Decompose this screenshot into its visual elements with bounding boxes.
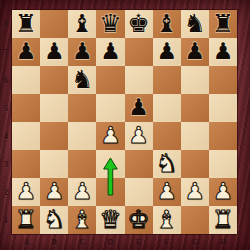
file-label-a: A <box>23 238 29 247</box>
square-f8[interactable]: ♝ <box>153 10 181 38</box>
piece-black-knight-g8[interactable]: ♞ <box>184 11 206 36</box>
piece-black-rook-a8[interactable]: ♜ <box>15 11 37 36</box>
square-f6[interactable] <box>153 66 181 94</box>
square-b8[interactable] <box>40 10 68 38</box>
square-h2[interactable]: ♟ <box>209 178 237 206</box>
file-label-f: F <box>164 238 169 247</box>
square-c5[interactable] <box>68 94 96 122</box>
piece-white-pawn-c2[interactable]: ♟ <box>72 180 93 203</box>
square-h3[interactable] <box>209 150 237 178</box>
square-c1[interactable]: ♝ <box>68 206 96 234</box>
square-g8[interactable]: ♞ <box>181 10 209 38</box>
square-b7[interactable]: ♟ <box>40 38 68 66</box>
square-d1[interactable]: ♛ <box>96 206 124 234</box>
square-c8[interactable]: ♝ <box>68 10 96 38</box>
rank-label-3: 3 <box>4 160 8 169</box>
square-e7[interactable] <box>125 38 153 66</box>
square-g6[interactable] <box>181 66 209 94</box>
file-label-e: E <box>136 238 141 247</box>
piece-white-pawn-d4[interactable]: ♟ <box>100 124 121 147</box>
square-c3[interactable] <box>68 150 96 178</box>
piece-black-knight-c6[interactable]: ♞ <box>71 67 93 92</box>
square-a8[interactable]: ♜ <box>12 10 40 38</box>
square-b3[interactable] <box>40 150 68 178</box>
square-b1[interactable]: ♞ <box>40 206 68 234</box>
square-d4[interactable]: ♟ <box>96 122 124 150</box>
square-d5[interactable] <box>96 94 124 122</box>
square-h6[interactable] <box>209 66 237 94</box>
square-f3[interactable]: ♞ <box>153 150 181 178</box>
square-a4[interactable] <box>12 122 40 150</box>
piece-white-rook-h1[interactable]: ♜ <box>212 207 234 232</box>
square-b2[interactable]: ♟ <box>40 178 68 206</box>
square-e1[interactable]: ♚ <box>125 206 153 234</box>
square-g1[interactable] <box>181 206 209 234</box>
square-h8[interactable]: ♜ <box>209 10 237 38</box>
piece-white-knight-f3[interactable]: ♞ <box>155 151 177 176</box>
square-f2[interactable]: ♟ <box>153 178 181 206</box>
file-label-c: C <box>79 238 85 247</box>
square-f1[interactable]: ♝ <box>153 206 181 234</box>
square-e4[interactable]: ♟ <box>125 122 153 150</box>
square-g7[interactable]: ♟ <box>181 38 209 66</box>
square-f4[interactable] <box>153 122 181 150</box>
square-e2[interactable] <box>125 178 153 206</box>
chess-board-frame: ♜♝♛♚♝♞♜♟♟♟♟♟♟♟♞♟♟♟♞♟♟♟♟♟♟♜♞♝♛♚♝♜ 8765432… <box>0 0 250 250</box>
piece-black-pawn-h7[interactable]: ♟ <box>213 40 234 63</box>
square-e5[interactable]: ♟ <box>125 94 153 122</box>
square-a3[interactable] <box>12 150 40 178</box>
square-g5[interactable] <box>181 94 209 122</box>
square-b6[interactable] <box>40 66 68 94</box>
square-d7[interactable]: ♟ <box>96 38 124 66</box>
square-a7[interactable]: ♟ <box>12 38 40 66</box>
piece-white-pawn-f2[interactable]: ♟ <box>156 180 177 203</box>
chess-board: ♜♝♛♚♝♞♜♟♟♟♟♟♟♟♞♟♟♟♞♟♟♟♟♟♟♜♞♝♛♚♝♜ <box>12 10 237 234</box>
piece-black-bishop-f8[interactable]: ♝ <box>155 11 177 36</box>
square-a1[interactable]: ♜ <box>12 206 40 234</box>
square-f5[interactable] <box>153 94 181 122</box>
square-c7[interactable]: ♟ <box>68 38 96 66</box>
piece-black-pawn-f7[interactable]: ♟ <box>156 40 177 63</box>
piece-black-pawn-b7[interactable]: ♟ <box>44 40 65 63</box>
rank-label-6: 6 <box>4 76 8 85</box>
square-a5[interactable] <box>12 94 40 122</box>
piece-black-pawn-a7[interactable]: ♟ <box>16 40 37 63</box>
file-label-d: D <box>108 238 114 247</box>
square-d8[interactable]: ♛ <box>96 10 124 38</box>
piece-white-pawn-a2[interactable]: ♟ <box>16 180 37 203</box>
piece-black-pawn-c7[interactable]: ♟ <box>72 40 93 63</box>
square-g2[interactable]: ♟ <box>181 178 209 206</box>
piece-white-rook-a1[interactable]: ♜ <box>15 207 37 232</box>
piece-white-bishop-f1[interactable]: ♝ <box>155 207 177 232</box>
square-f7[interactable]: ♟ <box>153 38 181 66</box>
square-e8[interactable]: ♚ <box>125 10 153 38</box>
piece-white-pawn-b2[interactable]: ♟ <box>44 180 65 203</box>
square-e6[interactable] <box>125 66 153 94</box>
square-b4[interactable] <box>40 122 68 150</box>
square-c2[interactable]: ♟ <box>68 178 96 206</box>
piece-black-pawn-g7[interactable]: ♟ <box>185 40 206 63</box>
square-b5[interactable] <box>40 94 68 122</box>
file-label-b: B <box>52 238 57 247</box>
square-h1[interactable]: ♜ <box>209 206 237 234</box>
square-h7[interactable]: ♟ <box>209 38 237 66</box>
rank-label-1: 1 <box>4 216 8 225</box>
piece-white-pawn-h2[interactable]: ♟ <box>213 180 234 203</box>
rank-label-7: 7 <box>4 48 8 57</box>
piece-white-knight-b1[interactable]: ♞ <box>43 207 65 232</box>
square-d6[interactable] <box>96 66 124 94</box>
piece-white-pawn-g2[interactable]: ♟ <box>185 180 206 203</box>
file-label-h: H <box>220 238 226 247</box>
piece-black-pawn-d7[interactable]: ♟ <box>100 40 121 63</box>
square-g3[interactable] <box>181 150 209 178</box>
square-e3[interactable] <box>125 150 153 178</box>
square-c6[interactable]: ♞ <box>68 66 96 94</box>
piece-white-pawn-e4[interactable]: ♟ <box>128 124 149 147</box>
file-label-g: G <box>192 238 198 247</box>
piece-black-pawn-e5[interactable]: ♟ <box>128 96 149 119</box>
rank-label-2: 2 <box>4 188 8 197</box>
square-d3[interactable] <box>96 150 124 178</box>
square-c4[interactable] <box>68 122 96 150</box>
rank-label-5: 5 <box>4 104 8 113</box>
square-a2[interactable]: ♟ <box>12 178 40 206</box>
square-d2[interactable] <box>96 178 124 206</box>
piece-black-bishop-c8[interactable]: ♝ <box>71 11 93 36</box>
piece-white-king-e1[interactable]: ♚ <box>127 207 149 232</box>
piece-black-queen-d8[interactable]: ♛ <box>99 11 121 36</box>
piece-white-bishop-c1[interactable]: ♝ <box>71 207 93 232</box>
piece-white-queen-d1[interactable]: ♛ <box>99 207 121 232</box>
rank-label-4: 4 <box>4 132 8 141</box>
rank-label-8: 8 <box>4 20 8 29</box>
piece-black-king-e8[interactable]: ♚ <box>127 11 149 36</box>
square-h5[interactable] <box>209 94 237 122</box>
square-h4[interactable] <box>209 122 237 150</box>
square-g4[interactable] <box>181 122 209 150</box>
square-a6[interactable] <box>12 66 40 94</box>
piece-black-rook-h8[interactable]: ♜ <box>212 11 234 36</box>
